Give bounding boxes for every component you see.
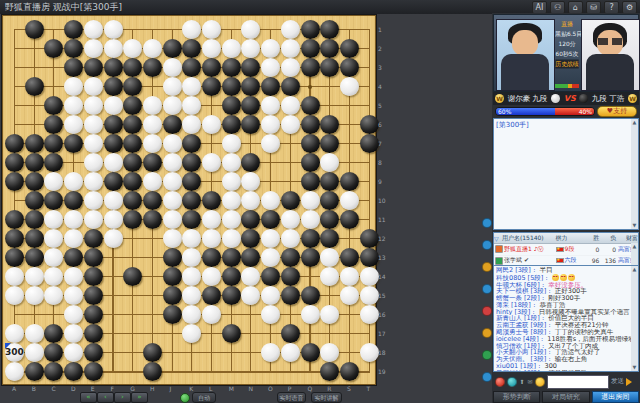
chat-input[interactable] — [547, 375, 609, 389]
black-stone — [25, 153, 44, 172]
white-stone — [163, 77, 182, 96]
gift-red-icon[interactable] — [495, 377, 505, 387]
prev-move-button[interactable]: ‹ — [97, 392, 114, 403]
white-stone — [104, 96, 123, 115]
white-stone — [261, 191, 280, 210]
black-stone — [301, 229, 320, 248]
black-stone — [340, 172, 359, 191]
send-button[interactable]: 发送 — [611, 377, 624, 386]
black-stone — [84, 248, 103, 267]
support-percentage-bar: 60% 40% — [495, 107, 595, 116]
chat-text: 还是黑半目胜。 — [548, 370, 594, 372]
chat-author[interactable]: 新青山人 [1段]： — [496, 315, 548, 322]
next-move-button[interactable]: › — [114, 392, 131, 403]
black-stone — [222, 286, 241, 305]
chat-message: 为天伏雨。 [3段]： 输在右上角 — [496, 356, 636, 363]
broadcast-scrollbar[interactable]: ▲▼ — [631, 119, 638, 229]
white-stone — [143, 115, 162, 134]
white-stone — [84, 115, 103, 134]
chat-text: 丁丁的读秒的失真牛 — [555, 329, 614, 336]
chat-author[interactable]: 飓漢勇士号 [8段]： — [496, 329, 555, 336]
chat-message: 螃蟹一条 [2段]： 刚好300手 — [496, 295, 636, 302]
user-name: 野狐直播1 ♪Ⓥ — [504, 245, 544, 254]
white-stone — [202, 267, 221, 286]
black-stone — [301, 286, 320, 305]
chat-message: 飓漢勇士号 [8段]： 丁丁的读秒的失真牛 — [496, 329, 636, 336]
chat-author[interactable]: 薄采 [18段]： — [496, 302, 539, 309]
black-stone — [84, 229, 103, 248]
white-stone — [222, 134, 241, 153]
white-stone — [163, 153, 182, 172]
white-stone — [301, 191, 320, 210]
game-research-button[interactable]: 对局研究 — [542, 391, 589, 403]
user-losses: 0 — [599, 246, 616, 253]
situation-judge-button[interactable]: 形势判断 — [493, 391, 540, 403]
country-flag-icon — [556, 258, 564, 263]
white-stone — [104, 39, 123, 58]
country-flag-icon — [556, 247, 564, 252]
white-stone — [360, 305, 379, 324]
chat-author[interactable]: 螃蟹一条 [2段]： — [496, 295, 548, 302]
white-stone — [202, 210, 221, 229]
chat-author[interactable]: 网民2 [3段]： — [496, 267, 539, 274]
white-stone — [261, 248, 280, 267]
chat-input-row: ⬆ ✉ 发送 — [493, 374, 639, 389]
white-stone — [202, 305, 221, 324]
black-stone — [222, 77, 241, 96]
white-stone — [25, 267, 44, 286]
chat-author[interactable]: 为天伏雨。 [3段]： — [496, 356, 555, 363]
black-stone — [281, 286, 300, 305]
white-stone — [163, 134, 182, 153]
row-label: 7 — [378, 140, 382, 147]
chat-message: 最新加油 [6段]： 还是黑半目胜。 — [496, 370, 636, 372]
black-stone — [143, 153, 162, 172]
row-label: 10 — [378, 197, 386, 204]
chat-text: 恭喜丁浩 — [539, 302, 565, 309]
chat-message: 天下一模棋 [3段]： 正好300手 — [496, 288, 636, 295]
black-stone — [25, 191, 44, 210]
white-stone — [163, 210, 182, 229]
black-stone — [301, 96, 320, 115]
white-stone-icon — [551, 94, 560, 103]
horn-icon[interactable] — [626, 378, 632, 386]
row-label: 4 — [378, 83, 382, 90]
row-label: 18 — [378, 349, 386, 356]
white-stone — [340, 286, 359, 305]
quick-action-icon[interactable] — [482, 350, 492, 360]
white-stone — [281, 343, 300, 362]
white-stone — [261, 39, 280, 58]
white-stone — [281, 96, 300, 115]
star-point — [308, 85, 312, 89]
quick-action-icon[interactable] — [482, 240, 492, 250]
white-stone — [222, 172, 241, 191]
black-stone — [281, 324, 300, 343]
black-stone — [104, 58, 123, 77]
black-badge-icon: W — [628, 94, 637, 103]
black-stone — [25, 20, 44, 39]
white-stone — [163, 58, 182, 77]
black-stone — [202, 77, 221, 96]
white-stone — [163, 172, 182, 191]
black-stone — [261, 267, 280, 286]
white-stone — [202, 20, 221, 39]
white-stone — [84, 210, 103, 229]
playback-toolbar: «‹›»自动实时语音实时讲解 — [0, 391, 490, 403]
black-stone — [64, 20, 83, 39]
black-stone — [281, 77, 300, 96]
black-stone — [84, 58, 103, 77]
player-card: 直播 黑贴6.5目 120分 60秒5次 历史战绩 — [493, 14, 639, 92]
white-stone — [281, 58, 300, 77]
quick-action-icon[interactable] — [482, 284, 492, 294]
black-stone — [222, 267, 241, 286]
white-stone — [261, 134, 280, 153]
user-list-header-4[interactable]: 负 — [599, 234, 616, 243]
black-stone — [84, 362, 103, 381]
black-player-photo — [581, 19, 640, 91]
black-stone — [281, 248, 300, 267]
white-stone — [202, 229, 221, 248]
white-stone — [360, 286, 379, 305]
chat-text: 正好300手 — [555, 288, 587, 295]
quick-action-icon[interactable] — [482, 306, 492, 316]
black-stone — [5, 229, 24, 248]
white-stone — [261, 305, 280, 324]
white-stone — [222, 39, 241, 58]
black-stone — [64, 191, 83, 210]
move-number-banner: [第300手] — [494, 119, 638, 131]
white-stone — [104, 191, 123, 210]
black-stone — [222, 324, 241, 343]
black-stone — [5, 153, 24, 172]
user-row[interactable]: 野狐直播1 ♪Ⓥ9段00高富帅 — [494, 244, 638, 256]
white-player-photo — [496, 19, 555, 91]
black-stone — [163, 305, 182, 324]
white-stone — [202, 153, 221, 172]
row-label: 5 — [378, 102, 382, 109]
white-stone — [64, 229, 83, 248]
chat-text: 半目 — [539, 267, 552, 274]
white-stone — [222, 210, 241, 229]
white-stone — [64, 267, 83, 286]
go-board[interactable]: 300 — [2, 15, 376, 385]
black-stone — [301, 115, 320, 134]
row-label: 2 — [378, 45, 382, 52]
row-label: 12 — [378, 235, 386, 242]
chat-author[interactable]: 小天翻小两 [1段]： — [496, 349, 555, 356]
exit-room-button[interactable]: 退出房间 — [592, 391, 639, 403]
black-stone — [84, 343, 103, 362]
white-stone — [261, 286, 280, 305]
black-stone — [222, 96, 241, 115]
white-stone — [281, 39, 300, 58]
white-stone — [222, 191, 241, 210]
history-label: 历史战绩 — [555, 60, 578, 69]
chat-message: ioicelee [4段]： 118胜看s，后面开根易增绿墙诶 — [496, 336, 636, 343]
user-list-header-2[interactable]: 棋力 — [556, 234, 583, 243]
white-stone — [360, 267, 379, 286]
user-list-header-0[interactable]: ▽ — [494, 235, 502, 242]
user-list-header-5[interactable]: 财富 — [616, 234, 638, 243]
white-stone — [104, 210, 123, 229]
support-row: 60% 40% ♥支持 — [493, 106, 639, 118]
black-stone — [104, 172, 123, 191]
white-stone — [5, 286, 24, 305]
black-stone — [340, 39, 359, 58]
black-stone — [143, 191, 162, 210]
white-stone — [64, 77, 83, 96]
emoji-icon[interactable] — [535, 377, 545, 387]
white-stone — [143, 96, 162, 115]
white-stone — [84, 134, 103, 153]
white-stone — [104, 229, 123, 248]
row-label: 15 — [378, 292, 386, 299]
black-stone — [281, 191, 300, 210]
chat-message: 网民2 [3段]： 半目 — [496, 267, 636, 274]
heart-eyes-emoji — [552, 274, 559, 281]
speech-icon[interactable]: ✉ — [527, 378, 533, 385]
row-label: 11 — [378, 216, 386, 223]
autoplay-button[interactable]: 自动 — [192, 392, 216, 403]
white-stone — [64, 210, 83, 229]
chat-text: 平决赛还有21分钟 — [555, 322, 609, 329]
quick-action-icon[interactable] — [482, 328, 492, 338]
game-type: 直播 — [555, 20, 578, 29]
white-stone — [84, 96, 103, 115]
black-stone — [143, 362, 162, 381]
chat-author[interactable]: 最新加油 [6段]： — [496, 370, 548, 372]
white-stone — [104, 20, 123, 39]
chat-author[interactable]: 科技0805 [5段]： — [496, 274, 552, 282]
white-stone — [84, 77, 103, 96]
black-stone — [84, 267, 103, 286]
white-support-pct: 60% — [496, 108, 555, 115]
black-stone — [202, 58, 221, 77]
gift-cyan-icon[interactable] — [507, 377, 517, 387]
black-stone-icon — [579, 94, 588, 103]
white-stone — [301, 305, 320, 324]
white-stone — [261, 115, 280, 134]
user-list-header-3[interactable]: 胜 — [582, 234, 599, 243]
black-stone — [104, 77, 123, 96]
chat-author[interactable]: ioicelee [4段]： — [496, 336, 547, 343]
black-stone — [25, 134, 44, 153]
row-label: 3 — [378, 64, 382, 71]
chat-text: 又出7了个丁内成 — [548, 343, 598, 350]
chat-author[interactable]: xiu001 [1段]： — [496, 363, 545, 370]
black-stone — [143, 58, 162, 77]
white-stone — [64, 172, 83, 191]
black-stone — [261, 210, 280, 229]
black-stone — [340, 362, 359, 381]
black-stone — [5, 210, 24, 229]
chat-messages: 网民2 [3段]： 半目科技0805 [5段]： 牛顿大杯 [6段]： 幸好没参… — [496, 267, 636, 372]
white-stone — [261, 343, 280, 362]
heart-eyes-emoji — [560, 274, 567, 281]
white-stone — [84, 191, 103, 210]
black-player-name: 九段 丁浩 — [592, 94, 624, 104]
black-stone — [340, 58, 359, 77]
white-stone — [143, 172, 162, 191]
black-stone — [301, 134, 320, 153]
players-name-row: W 谢尔豪 九段 VS 九段 丁浩 W — [493, 92, 639, 105]
white-stone — [64, 96, 83, 115]
black-stone — [5, 172, 24, 191]
black-stone — [301, 248, 320, 267]
black-stone — [360, 229, 379, 248]
white-badge-icon: W — [495, 94, 504, 103]
black-stone — [340, 248, 359, 267]
black-stone — [143, 343, 162, 362]
row-label: 16 — [378, 311, 386, 318]
black-stone — [202, 248, 221, 267]
live-commentary-button[interactable]: 实时讲解 — [311, 392, 342, 403]
user-wins: 96 — [582, 257, 599, 264]
black-stone — [360, 248, 379, 267]
black-stone — [202, 191, 221, 210]
chat-author[interactable]: hinty [3段]： — [496, 309, 539, 316]
black-stone — [64, 134, 83, 153]
white-stone — [84, 153, 103, 172]
chat-text: 输在右上角 — [555, 356, 588, 363]
chat-message: 新青山人 [1段]： 价值巨大的半目 — [496, 315, 636, 322]
black-stone — [360, 134, 379, 153]
last-move-stone: 300 — [5, 343, 24, 362]
row-label: 1 — [378, 26, 382, 33]
white-stone — [64, 286, 83, 305]
white-stone — [281, 210, 300, 229]
white-stone — [360, 343, 379, 362]
black-stone — [222, 115, 241, 134]
chat-message: 小天翻小两 [1段]： 丁浩运气太好了 — [496, 349, 636, 356]
black-stone — [301, 20, 320, 39]
autoplay-indicator[interactable] — [180, 393, 190, 403]
quick-action-icon[interactable] — [482, 372, 492, 382]
chat-scrollbar[interactable]: ▲▼ — [631, 266, 638, 371]
black-stone — [222, 248, 241, 267]
live-voice-button[interactable]: 实时语音 — [277, 392, 306, 403]
user-list-header-1[interactable]: 用户名(15140) — [502, 234, 556, 243]
black-stone — [64, 362, 83, 381]
black-stone — [163, 267, 182, 286]
black-stone — [84, 324, 103, 343]
mic-icon[interactable]: ⬆ — [519, 378, 525, 385]
black-stone — [301, 172, 320, 191]
chat-author[interactable]: 天下一模棋 [3段]： — [496, 288, 555, 295]
chat-text: 118胜看s，后面开根易增绿墙诶 — [547, 336, 636, 343]
white-stone — [261, 58, 280, 77]
white-stone — [64, 115, 83, 134]
white-stone — [143, 134, 162, 153]
bottom-buttons: 形势判断 对局研究 退出房间 — [493, 391, 639, 403]
black-stone — [25, 210, 44, 229]
user-avatar — [495, 257, 503, 265]
support-button[interactable]: ♥支持 — [597, 106, 637, 117]
black-support-pct: 40% — [555, 108, 594, 115]
last-move-button[interactable]: » — [131, 392, 148, 403]
chat-message: 慎习僧欢 [1段]： 又出7了个丁内成 — [496, 343, 636, 350]
white-stone — [340, 77, 359, 96]
white-stone — [25, 324, 44, 343]
chat-text: 日韩视频不曝单宣其实某个谣言 — [539, 309, 630, 316]
chat-text: 幸好没参压。 — [548, 282, 587, 289]
white-stone — [340, 191, 359, 210]
white-stone — [202, 39, 221, 58]
white-stone — [84, 39, 103, 58]
black-stone — [301, 39, 320, 58]
white-stone — [5, 362, 24, 381]
black-stone — [301, 153, 320, 172]
black-stone — [340, 210, 359, 229]
row-label: 6 — [378, 121, 382, 128]
user-list-header[interactable]: ▽用户名(15140)棋力胜负财富 — [494, 233, 638, 244]
black-stone — [222, 58, 241, 77]
white-stone — [261, 229, 280, 248]
vs-label: VS — [564, 94, 576, 103]
black-stone — [301, 343, 320, 362]
white-stone — [340, 267, 359, 286]
heart-eyes-emoji — [568, 274, 575, 281]
white-stone — [64, 305, 83, 324]
black-stone — [64, 39, 83, 58]
user-rank: 9段 — [565, 245, 575, 254]
row-label: 14 — [378, 273, 386, 280]
row-label: 8 — [378, 159, 382, 166]
first-move-button[interactable]: « — [80, 392, 97, 403]
row-label: 19 — [378, 368, 386, 375]
white-stone — [281, 229, 300, 248]
black-stone — [202, 286, 221, 305]
black-stone — [104, 134, 123, 153]
black-stone — [25, 229, 44, 248]
right-panel: 直播 黑贴6.5目 120分 60秒5次 历史战绩 W 谢尔豪 九段 — [492, 13, 640, 403]
white-stone — [301, 210, 320, 229]
black-stone — [5, 248, 24, 267]
chat-message: 牛顿大杯 [6段]： 幸好没参压。 — [496, 282, 636, 289]
white-stone — [222, 153, 241, 172]
white-stone — [25, 286, 44, 305]
black-stone — [143, 210, 162, 229]
chat-text: 丁浩运气太好了 — [555, 349, 601, 356]
black-stone — [25, 362, 44, 381]
black-stone — [84, 305, 103, 324]
white-player-name: 谢尔豪 九段 — [508, 94, 548, 104]
chat-author[interactable]: 牛顿大杯 [6段]： — [496, 282, 548, 289]
black-stone — [25, 77, 44, 96]
row-label: 9 — [378, 178, 382, 185]
user-losses: 136 — [599, 257, 616, 264]
black-stone — [261, 77, 280, 96]
chat-text: 刚好300手 — [548, 295, 580, 302]
white-stone — [163, 96, 182, 115]
white-stone — [261, 96, 280, 115]
white-stone — [104, 153, 123, 172]
black-stone — [163, 286, 182, 305]
quick-action-icon[interactable] — [482, 218, 492, 228]
black-stone — [5, 134, 24, 153]
black-stone — [163, 248, 182, 267]
quick-action-icon[interactable] — [482, 262, 492, 272]
chat-author[interactable]: 慎习僧欢 [1段]： — [496, 343, 548, 350]
user-avatar — [495, 245, 503, 253]
black-stone — [25, 248, 44, 267]
broadcast-panel: [第300手] ▲▼ — [493, 118, 639, 230]
chat-message: 科技0805 [5段]： — [496, 274, 636, 282]
white-stone — [64, 324, 83, 343]
chat-author[interactable]: 云南王孟获 [9段]： — [496, 322, 555, 329]
